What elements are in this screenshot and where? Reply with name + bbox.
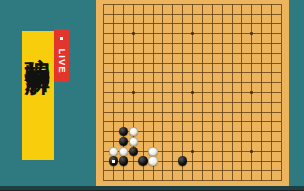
star-point — [191, 150, 194, 153]
go-board-surface[interactable] — [96, 0, 289, 186]
last-move-marker — [112, 160, 115, 163]
grid-line — [281, 4, 282, 180]
grid-line — [222, 4, 223, 180]
grid-line — [241, 4, 242, 180]
star-point — [250, 150, 253, 153]
star-point — [250, 32, 253, 35]
grid-line — [104, 112, 282, 113]
stone-black-C5 — [119, 137, 129, 147]
star-point — [191, 32, 194, 35]
bottom-edge-strip — [0, 186, 304, 191]
stone-black-J3 — [178, 156, 188, 166]
grid-line — [212, 4, 213, 180]
grid-line — [104, 170, 282, 171]
stone-white-D5 — [129, 137, 139, 147]
grid-line — [271, 4, 272, 180]
grid-line — [202, 4, 203, 180]
stream-thumbnail: 骗招新解 LIVE — [0, 0, 304, 190]
grid-line — [232, 4, 233, 180]
stone-black-D4 — [129, 147, 139, 157]
banner-title-text: 骗招新解 — [22, 31, 54, 54]
live-badge: LIVE — [54, 29, 69, 82]
star-point — [132, 32, 135, 35]
stone-white-F3 — [148, 156, 158, 166]
live-dot-icon — [60, 37, 63, 40]
grid-line — [261, 4, 262, 180]
stone-black-B3 — [109, 156, 119, 166]
grid-line — [104, 180, 282, 181]
stone-black-C6 — [119, 127, 129, 137]
star-point — [250, 91, 253, 94]
star-point — [132, 91, 135, 94]
grid-line — [104, 161, 282, 162]
stone-white-B4 — [109, 147, 119, 157]
grid-line — [104, 121, 282, 122]
stone-white-D6 — [129, 127, 139, 137]
stone-white-C4 — [119, 147, 129, 157]
grid-line — [104, 102, 282, 103]
stone-black-E3 — [138, 156, 148, 166]
live-label: LIVE — [55, 41, 69, 81]
stone-white-F4 — [148, 147, 158, 157]
title-banner: 骗招新解 — [22, 31, 54, 160]
stone-black-C3 — [119, 156, 129, 166]
star-point — [191, 91, 194, 94]
